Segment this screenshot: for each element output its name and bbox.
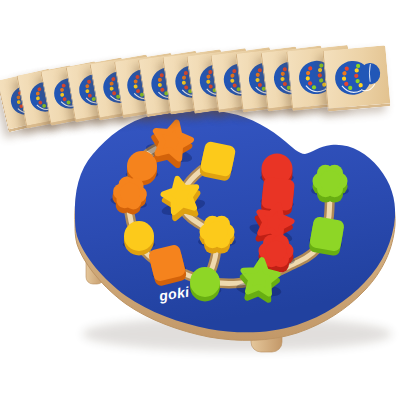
card-pattern-illustration <box>326 48 387 106</box>
pattern-card[interactable] <box>322 45 390 111</box>
product-photo-stage: goki <box>0 0 400 400</box>
